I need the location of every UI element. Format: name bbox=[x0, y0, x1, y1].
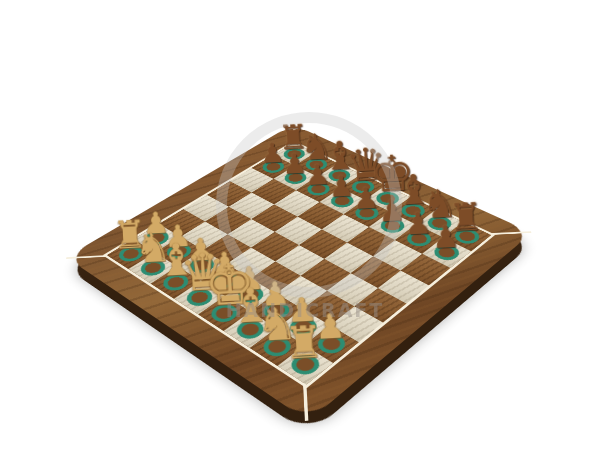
piece-black-pawn[interactable]: ♟ bbox=[428, 221, 464, 253]
chess-set-photo: ♜♞♝♛♚♝♞♜♟♟♟♟♟♟♟♟♟♟♟♟♟♟♟♟♜♞♝♛♚♝♞♜ HANDICR… bbox=[0, 0, 600, 450]
playing-field: ♜♞♝♛♚♝♞♜♟♟♟♟♟♟♟♟♟♟♟♟♟♟♟♟♜♞♝♛♚♝♞♜ bbox=[107, 143, 491, 385]
square-h7[interactable]: ♟ bbox=[422, 238, 471, 268]
board-scene: ♜♞♝♛♚♝♞♜♟♟♟♟♟♟♟♟♟♟♟♟♟♟♟♟♜♞♝♛♚♝♞♜ bbox=[126, 72, 473, 419]
board-surface: ♜♞♝♛♚♝♞♜♟♟♟♟♟♟♟♟♟♟♟♟♟♟♟♟♜♞♝♛♚♝♞♜ bbox=[66, 124, 532, 421]
board-tilt-wrapper: ♜♞♝♛♚♝♞♜♟♟♟♟♟♟♟♟♟♟♟♟♟♟♟♟♜♞♝♛♚♝♞♜ bbox=[0, 0, 600, 450]
inlay-corner-line bbox=[66, 255, 109, 259]
inlay-corner-line bbox=[488, 231, 531, 235]
chess-board: ♜♞♝♛♚♝♞♜♟♟♟♟♟♟♟♟♟♟♟♟♟♟♟♟♜♞♝♛♚♝♞♜ bbox=[66, 124, 532, 421]
piece-white-rook[interactable]: ♜ bbox=[283, 320, 325, 366]
inlay-corner-line bbox=[303, 383, 309, 421]
